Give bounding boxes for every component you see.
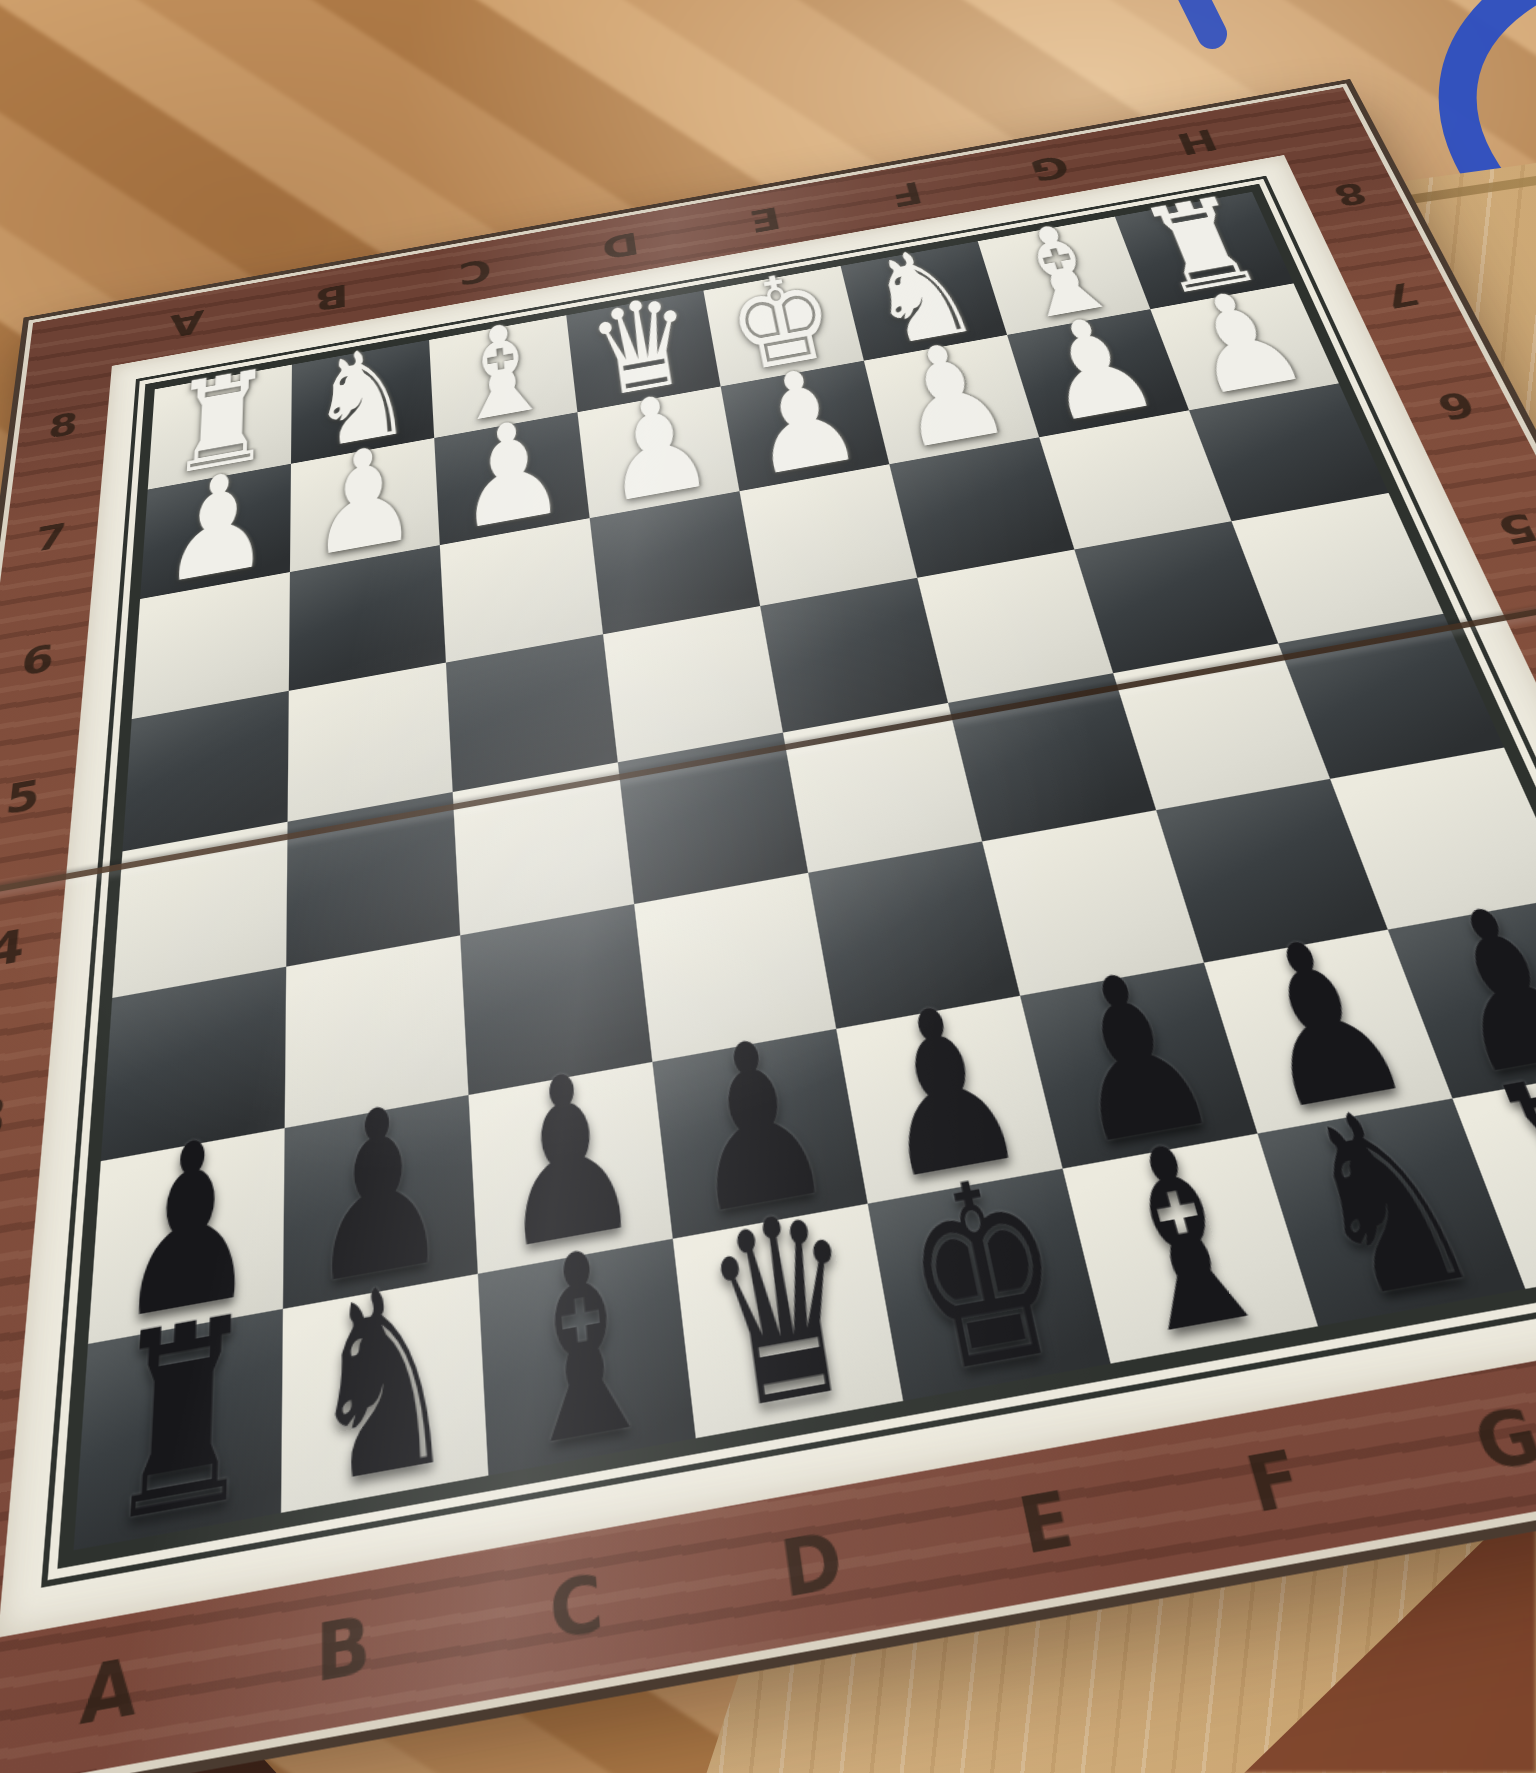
board-frame: ABCDEFGH 87654321 ♜♞♝♛♚♞♝♜♟♟♟♟♟♟♟♟♟♟♟♟♟♟… [0, 87, 1536, 1773]
coordinate-label-B: B [315, 277, 349, 318]
piece-black-knight-b1: ♞ [308, 1247, 462, 1527]
coordinate-label-D: D [776, 1515, 849, 1616]
coordinate-label-4: 4 [0, 920, 27, 979]
coordinate-label-F: F [886, 175, 926, 214]
piece-white-pawn-h7: ♟ [1163, 271, 1324, 416]
coordinate-label-A: A [169, 303, 205, 345]
coordinate-label-5: 5 [1490, 504, 1536, 552]
coordinate-label-6: 6 [19, 637, 56, 685]
coordinate-label-G: G [1026, 149, 1074, 189]
coordinate-label-C: C [547, 1558, 607, 1659]
coordinate-label-H: H [1172, 122, 1223, 161]
coordinate-label-8: 8 [46, 406, 79, 446]
photo-canvas: ABCDEFGH 87654321 ♜♞♝♛♚♞♝♜♟♟♟♟♟♟♟♟♟♟♟♟♟♟… [0, 0, 1536, 1773]
piece-white-pawn-f7: ♟ [878, 322, 1022, 470]
squares-grid: ♜♞♝♛♚♞♝♜♟♟♟♟♟♟♟♟♟♟♟♟♟♟♟♟♜♞♝♛♚♝♞♜ [57, 184, 1536, 1569]
board-border: ♜♞♝♛♚♞♝♜♟♟♟♟♟♟♟♟♟♟♟♟♟♟♟♟♜♞♝♛♚♝♞♜ [41, 176, 1536, 1588]
coordinate-label-D: D [600, 225, 642, 266]
coordinate-label-3: 3 [0, 1086, 10, 1152]
piece-white-pawn-b7: ♟ [309, 424, 420, 578]
piece-white-pawn-c7: ♟ [452, 399, 572, 552]
coordinate-label-5: 5 [3, 771, 42, 824]
coordinate-label-B: B [316, 1599, 372, 1701]
piece-black-king-e1: ♚ [887, 1143, 1088, 1415]
square-e7: ♟ [721, 361, 890, 491]
square-a1: ♜ [74, 1309, 283, 1550]
coordinate-label-A: A [78, 1640, 139, 1743]
coordinate-label-E: E [1012, 1474, 1080, 1572]
coordinate-label-6: 6 [1431, 384, 1482, 428]
square-b7: ♟ [290, 438, 440, 572]
piece-white-pawn-d7: ♟ [594, 373, 722, 524]
piece-black-rook-a1: ♜ [99, 1282, 258, 1565]
square-c7: ♟ [434, 412, 589, 545]
piece-white-pawn-e7: ♟ [736, 348, 872, 498]
coordinate-label-E: E [746, 200, 784, 239]
chessboard: ABCDEFGH 87654321 ♜♞♝♛♚♞♝♜♟♟♟♟♟♟♟♟♟♟♟♟♟♟… [0, 61, 1536, 1773]
square-c1: ♝ [478, 1239, 696, 1476]
coordinate-label-7: 7 [1377, 275, 1425, 315]
board-plane: ABCDEFGH 87654321 ♜♞♝♛♚♞♝♜♟♟♟♟♟♟♟♟♟♟♟♟♟♟… [0, 87, 1536, 1773]
piece-black-queen-d1: ♛ [694, 1178, 879, 1453]
square-d1: ♛ [673, 1204, 903, 1439]
coordinate-label-8: 8 [1328, 176, 1373, 213]
square-d7: ♟ [577, 386, 739, 518]
coordinate-label-F: F [1238, 1434, 1312, 1531]
coordinate-label-G: G [1463, 1392, 1536, 1489]
piece-white-pawn-a7: ♟ [159, 450, 273, 606]
piece-black-bishop-c1: ♝ [501, 1213, 671, 1491]
coordinate-label-C: C [458, 251, 493, 292]
square-b1: ♞ [281, 1274, 488, 1513]
piece-white-pawn-g7: ♟ [1020, 297, 1173, 444]
coordinate-label-7: 7 [33, 516, 68, 560]
